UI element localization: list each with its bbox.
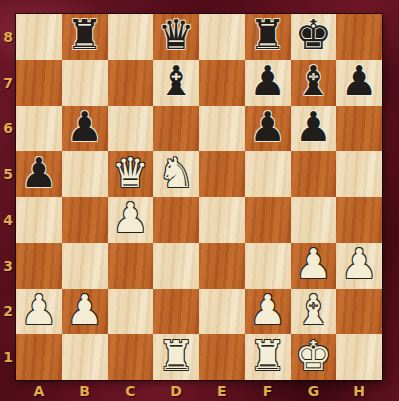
square-h4[interactable] xyxy=(336,197,382,243)
rank-labels: 87654321 xyxy=(0,14,16,380)
piece-black-pawn[interactable]: ♟ xyxy=(295,107,332,148)
square-g8[interactable]: ♚ xyxy=(291,14,337,60)
board-squares: ♜♛♜♚♝♟♝♟♟♟♟♟♛♞♟♟♟♟♟♟♝♜♜♚ xyxy=(16,14,382,380)
file-label-h: H xyxy=(336,380,382,401)
square-h3[interactable]: ♟ xyxy=(336,243,382,289)
piece-black-rook[interactable]: ♜ xyxy=(66,15,103,56)
square-b2[interactable]: ♟ xyxy=(62,289,108,335)
piece-black-pawn[interactable]: ♟ xyxy=(66,107,103,148)
square-e3[interactable] xyxy=(199,243,245,289)
square-h2[interactable] xyxy=(336,289,382,335)
piece-black-pawn[interactable]: ♟ xyxy=(341,61,378,102)
piece-white-queen[interactable]: ♛ xyxy=(112,153,149,194)
square-h6[interactable] xyxy=(336,106,382,152)
piece-white-pawn[interactable]: ♟ xyxy=(66,290,103,331)
square-a7[interactable] xyxy=(16,60,62,106)
square-c2[interactable] xyxy=(108,289,154,335)
piece-black-rook[interactable]: ♜ xyxy=(249,15,286,56)
square-d3[interactable] xyxy=(153,243,199,289)
file-labels: ABCDEFGH xyxy=(16,380,382,401)
square-g1[interactable]: ♚ xyxy=(291,334,337,380)
square-g5[interactable] xyxy=(291,151,337,197)
square-b5[interactable] xyxy=(62,151,108,197)
square-d2[interactable] xyxy=(153,289,199,335)
square-f7[interactable]: ♟ xyxy=(245,60,291,106)
rank-label-4: 4 xyxy=(0,197,16,243)
square-g2[interactable]: ♝ xyxy=(291,289,337,335)
square-d1[interactable]: ♜ xyxy=(153,334,199,380)
rank-label-7: 7 xyxy=(0,60,16,106)
square-b7[interactable] xyxy=(62,60,108,106)
file-label-g: G xyxy=(291,380,337,401)
square-e1[interactable] xyxy=(199,334,245,380)
rank-label-2: 2 xyxy=(0,289,16,335)
square-e2[interactable] xyxy=(199,289,245,335)
square-c8[interactable] xyxy=(108,14,154,60)
file-label-a: A xyxy=(16,380,62,401)
piece-white-knight[interactable]: ♞ xyxy=(158,153,195,194)
square-f1[interactable]: ♜ xyxy=(245,334,291,380)
square-b3[interactable] xyxy=(62,243,108,289)
piece-white-pawn[interactable]: ♟ xyxy=(341,244,378,285)
square-g3[interactable]: ♟ xyxy=(291,243,337,289)
piece-black-pawn[interactable]: ♟ xyxy=(20,153,57,194)
square-h5[interactable] xyxy=(336,151,382,197)
square-b1[interactable] xyxy=(62,334,108,380)
piece-white-bishop[interactable]: ♝ xyxy=(295,290,332,331)
square-c4[interactable]: ♟ xyxy=(108,197,154,243)
square-a4[interactable] xyxy=(16,197,62,243)
file-label-b: B xyxy=(62,380,108,401)
square-f4[interactable] xyxy=(245,197,291,243)
square-a2[interactable]: ♟ xyxy=(16,289,62,335)
square-f6[interactable]: ♟ xyxy=(245,106,291,152)
square-g6[interactable]: ♟ xyxy=(291,106,337,152)
square-e8[interactable] xyxy=(199,14,245,60)
square-b6[interactable]: ♟ xyxy=(62,106,108,152)
square-a6[interactable] xyxy=(16,106,62,152)
square-d8[interactable]: ♛ xyxy=(153,14,199,60)
piece-black-pawn[interactable]: ♟ xyxy=(249,107,286,148)
square-f2[interactable]: ♟ xyxy=(245,289,291,335)
square-c3[interactable] xyxy=(108,243,154,289)
file-label-e: E xyxy=(199,380,245,401)
square-c1[interactable] xyxy=(108,334,154,380)
piece-white-rook[interactable]: ♜ xyxy=(158,336,195,377)
square-b8[interactable]: ♜ xyxy=(62,14,108,60)
square-h1[interactable] xyxy=(336,334,382,380)
piece-white-pawn[interactable]: ♟ xyxy=(249,290,286,331)
piece-black-bishop[interactable]: ♝ xyxy=(295,61,332,102)
square-d4[interactable] xyxy=(153,197,199,243)
piece-black-bishop[interactable]: ♝ xyxy=(158,61,195,102)
square-h8[interactable] xyxy=(336,14,382,60)
square-c6[interactable] xyxy=(108,106,154,152)
square-b4[interactable] xyxy=(62,197,108,243)
square-d7[interactable]: ♝ xyxy=(153,60,199,106)
square-e4[interactable] xyxy=(199,197,245,243)
square-a3[interactable] xyxy=(16,243,62,289)
square-e7[interactable] xyxy=(199,60,245,106)
file-label-c: C xyxy=(108,380,154,401)
square-h7[interactable]: ♟ xyxy=(336,60,382,106)
square-a1[interactable] xyxy=(16,334,62,380)
square-g4[interactable] xyxy=(291,197,337,243)
square-g7[interactable]: ♝ xyxy=(291,60,337,106)
piece-black-queen[interactable]: ♛ xyxy=(158,15,195,56)
rank-label-5: 5 xyxy=(0,151,16,197)
rank-label-6: 6 xyxy=(0,106,16,152)
square-e5[interactable] xyxy=(199,151,245,197)
square-c5[interactable]: ♛ xyxy=(108,151,154,197)
square-d6[interactable] xyxy=(153,106,199,152)
file-label-d: D xyxy=(153,380,199,401)
rank-label-3: 3 xyxy=(0,243,16,289)
square-a5[interactable]: ♟ xyxy=(16,151,62,197)
piece-black-pawn[interactable]: ♟ xyxy=(249,61,286,102)
square-f8[interactable]: ♜ xyxy=(245,14,291,60)
piece-white-king[interactable]: ♚ xyxy=(295,336,332,377)
rank-label-8: 8 xyxy=(0,14,16,60)
square-c7[interactable] xyxy=(108,60,154,106)
square-f5[interactable] xyxy=(245,151,291,197)
piece-white-pawn[interactable]: ♟ xyxy=(112,198,149,239)
piece-white-pawn[interactable]: ♟ xyxy=(20,290,57,331)
rank-label-1: 1 xyxy=(0,334,16,380)
piece-white-pawn[interactable]: ♟ xyxy=(295,244,332,285)
chessboard-frame: 87654321 ♜♛♜♚♝♟♝♟♟♟♟♟♛♞♟♟♟♟♟♟♝♜♜♚ ABCDEF… xyxy=(0,0,399,401)
square-a8[interactable] xyxy=(16,14,62,60)
square-d5[interactable]: ♞ xyxy=(153,151,199,197)
piece-white-rook[interactable]: ♜ xyxy=(249,336,286,377)
piece-black-king[interactable]: ♚ xyxy=(295,15,332,56)
square-e6[interactable] xyxy=(199,106,245,152)
square-f3[interactable] xyxy=(245,243,291,289)
file-label-f: F xyxy=(245,380,291,401)
